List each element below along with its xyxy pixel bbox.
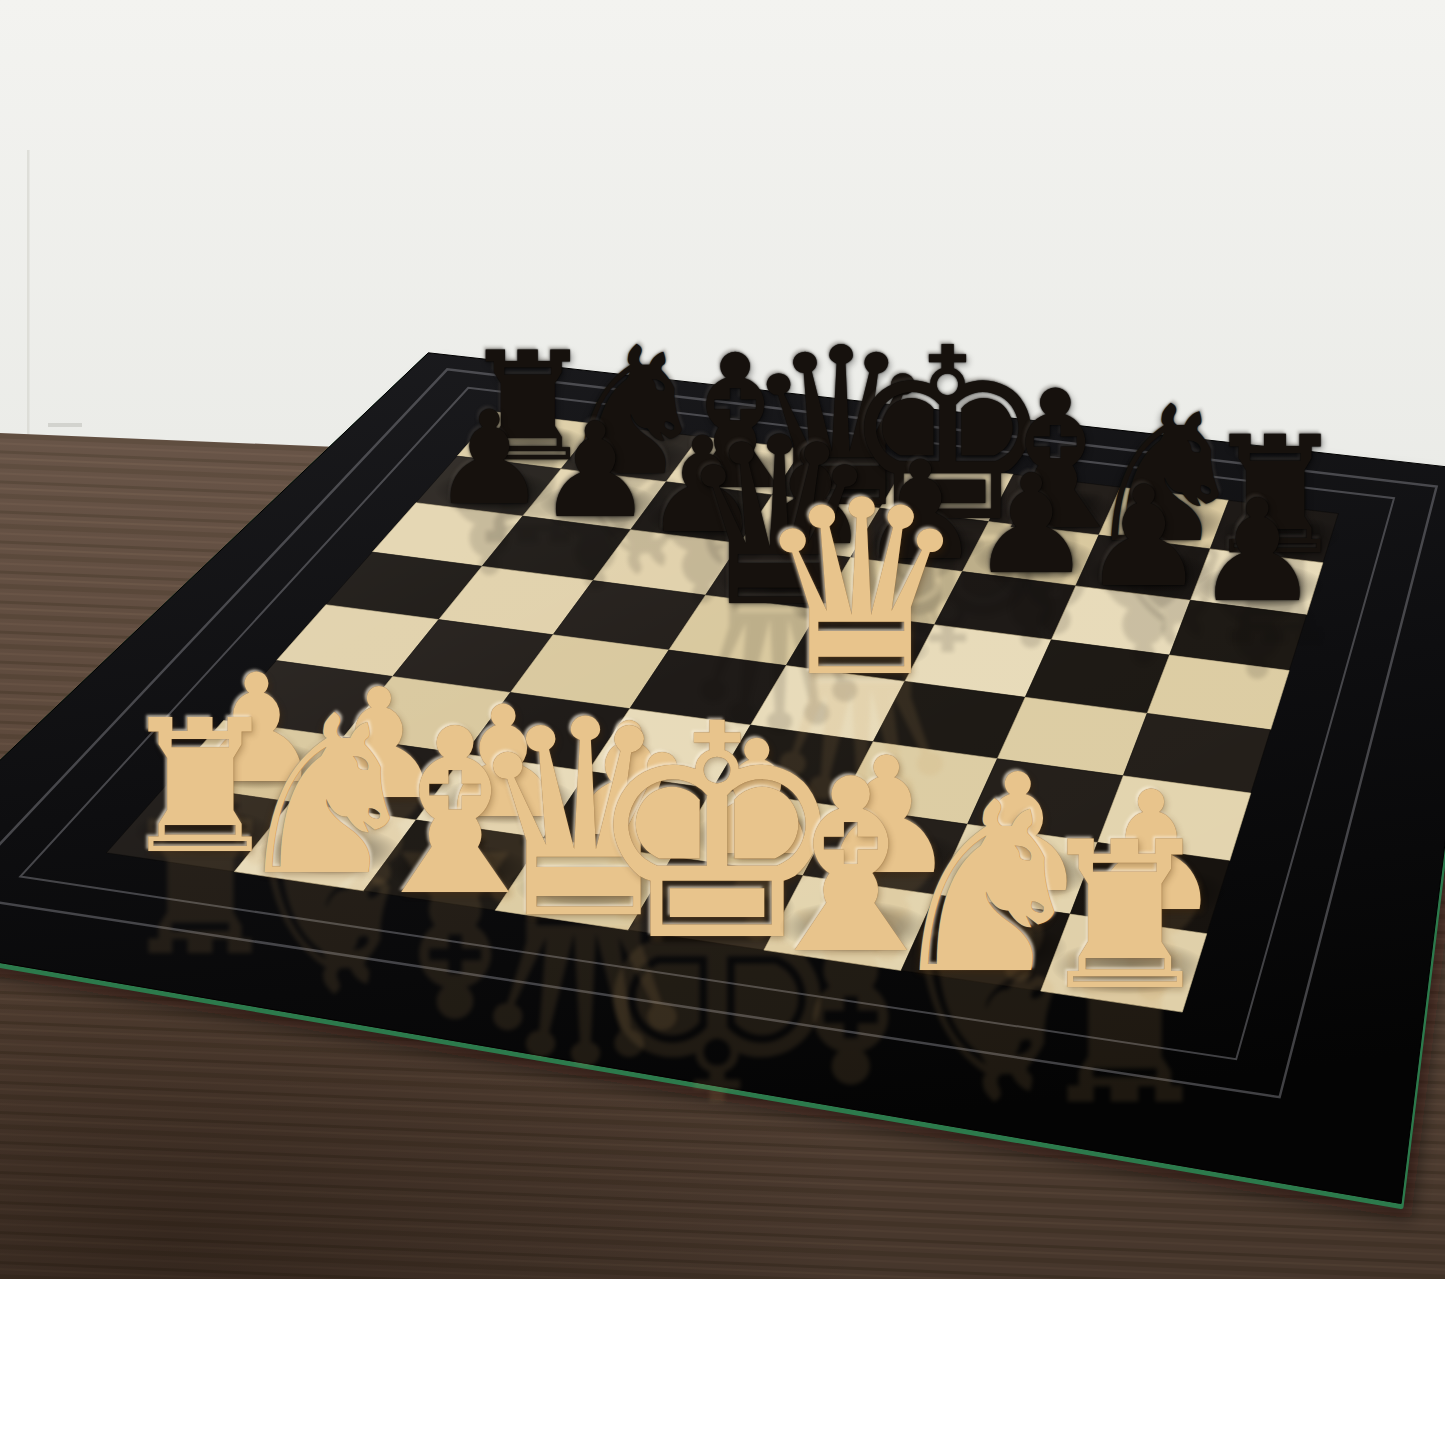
wall-smudge [48,423,82,427]
wall-corner-line [27,150,30,438]
photo-bottom-padding [0,1279,1445,1445]
page: { "game": "chess", "description": "Overh… [0,0,1445,1445]
chess-set-photo: ♜♜♞♞♝♝♛♛♟♟♚♚♟♟♝♝♟♟♞♞♟♟♜♜♟♟♟♟♟♟♛♛♟♟♛♛♟♟♟♟… [0,0,1445,1279]
scene-svg [0,0,1445,1279]
